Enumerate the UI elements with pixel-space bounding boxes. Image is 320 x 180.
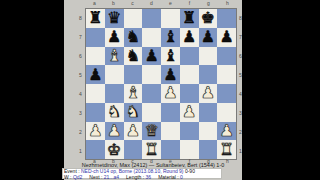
rank-label-7: 7 (77, 27, 84, 46)
board-square-f8: ♜ (180, 9, 199, 28)
rank-label-7: 7 (237, 27, 244, 46)
rank-label-4: 4 (77, 84, 84, 103)
board-square-h6 (217, 47, 236, 66)
rank-label-5: 5 (237, 65, 244, 84)
board-square-h4 (217, 84, 236, 103)
chessboard-panel: abcdefgh 87654321 87654321 ♜♛♜♚♟♞♝♟♟♟♝♞♟… (64, 0, 242, 180)
board-square-f2 (180, 122, 199, 141)
chess-piece-bB-e6: ♝ (163, 48, 177, 64)
board-square-g1 (199, 140, 218, 159)
status-item-label: Next : (89, 174, 103, 180)
board-square-e4: ♟ (161, 84, 180, 103)
board-square-g7: ♟ (199, 28, 218, 47)
file-label-h: h (218, 0, 237, 7)
board-square-e5: ♟ (161, 65, 180, 84)
board-square-b4 (105, 84, 124, 103)
rank-labels-left: 87654321 (77, 8, 84, 160)
status-item-2: Length : 36 (126, 175, 151, 180)
board-square-c4: ♝ (124, 84, 143, 103)
board-square-f1 (180, 140, 199, 159)
status-item-value: 21...a4 (104, 174, 119, 180)
video-frame: abcdefgh 87654321 87654321 ♜♛♜♚♟♞♝♟♟♟♝♞♟… (0, 0, 320, 180)
board-square-c1 (124, 140, 143, 159)
chess-piece-bR-a8: ♜ (88, 10, 102, 26)
chess-piece-bP-b7: ♟ (107, 29, 121, 45)
board-square-c5 (124, 65, 143, 84)
chess-piece-wP-g4: ♟ (201, 85, 215, 101)
rank-label-2: 2 (237, 122, 244, 141)
file-label-c: c (123, 0, 142, 7)
board-square-e7: ♝ (161, 28, 180, 47)
board-square-d4 (142, 84, 161, 103)
board-square-a7 (86, 28, 105, 47)
file-label-e: e (161, 0, 180, 7)
chess-piece-wN-b3: ♞ (107, 104, 121, 120)
board-square-g6 (199, 47, 218, 66)
board-square-a5: ♟ (86, 65, 105, 84)
board-square-g2 (199, 122, 218, 141)
board-square-g8: ♚ (199, 9, 218, 28)
event-extra: 0-90 (185, 168, 195, 174)
board-square-h1: ♜ (217, 140, 236, 159)
chess-piece-bK-g8: ♚ (201, 10, 215, 26)
board-square-a6 (86, 47, 105, 66)
board-square-e8 (161, 9, 180, 28)
game-info-strip: Event : NED-ch U14 op, Borne (2013.08.10… (62, 168, 222, 179)
status-item-label: Material : (158, 174, 180, 180)
status-item-value: Qd2 (73, 174, 82, 180)
chess-piece-wP-b2: ♟ (107, 123, 121, 139)
chess-piece-bN-c7: ♞ (126, 29, 140, 45)
chess-piece-bQ-b8: ♛ (107, 10, 121, 26)
chess-piece-wQ-d2: ♛ (144, 123, 158, 139)
board-square-b3: ♞ (105, 103, 124, 122)
chess-piece-bP-e5: ♟ (163, 67, 177, 83)
board-square-c6: ♞ (124, 47, 143, 66)
board-square-g5 (199, 65, 218, 84)
board-square-f4 (180, 84, 199, 103)
board-square-g4: ♟ (199, 84, 218, 103)
chess-piece-wP-f3: ♟ (182, 104, 196, 120)
status-item-3: Material : 0 (158, 175, 183, 180)
status-item-label: W : (64, 174, 73, 180)
file-label-a: a (85, 0, 104, 7)
board-square-f5 (180, 65, 199, 84)
chessboard: ♜♛♜♚♟♞♝♟♟♟♝♞♟♝♟♟♝♟♟♞♞♟♟♟♟♛♟♚♜♜ (85, 8, 237, 160)
rank-label-8: 8 (237, 8, 244, 27)
file-label-g: g (199, 0, 218, 7)
board-square-d6: ♟ (142, 47, 161, 66)
status-item-value: 0 (180, 174, 183, 180)
board-square-c7: ♞ (124, 28, 143, 47)
rank-label-4: 4 (237, 84, 244, 103)
rank-label-1: 1 (237, 141, 244, 160)
board-square-a8: ♜ (86, 9, 105, 28)
board-square-b5 (105, 65, 124, 84)
chess-piece-wR-h1: ♜ (219, 142, 233, 158)
board-square-d8 (142, 9, 161, 28)
board-square-d5 (142, 65, 161, 84)
board-square-d7 (142, 28, 161, 47)
chess-piece-bB-e7: ♝ (163, 29, 177, 45)
board-square-d1: ♜ (142, 140, 161, 159)
chess-piece-bP-f7: ♟ (182, 29, 196, 45)
chess-piece-bP-h7: ♟ (219, 29, 233, 45)
file-label-b: b (104, 0, 123, 7)
board-square-c8 (124, 9, 143, 28)
board-square-b2: ♟ (105, 122, 124, 141)
board-square-b1: ♚ (105, 140, 124, 159)
chess-piece-bP-a5: ♟ (88, 67, 102, 83)
chess-piece-wK-b1: ♚ (107, 142, 121, 158)
status-item-label: Length : (126, 174, 145, 180)
rank-label-1: 1 (77, 141, 84, 160)
file-label-f: f (180, 0, 199, 7)
chess-piece-bR-f8: ♜ (182, 10, 196, 26)
board-square-e2 (161, 122, 180, 141)
board-square-c2: ♟ (124, 122, 143, 141)
rank-label-6: 6 (77, 46, 84, 65)
board-square-a2: ♟ (86, 122, 105, 141)
board-square-b6: ♝ (105, 47, 124, 66)
rank-label-3: 3 (77, 103, 84, 122)
chess-piece-wR-d1: ♜ (144, 142, 158, 158)
file-labels-top: abcdefgh (85, 0, 237, 7)
board-square-f3: ♟ (180, 103, 199, 122)
board-square-f6 (180, 47, 199, 66)
board-square-h5 (217, 65, 236, 84)
board-square-b7: ♟ (105, 28, 124, 47)
board-square-h3 (217, 103, 236, 122)
board-square-g3 (199, 103, 218, 122)
board-square-d3 (142, 103, 161, 122)
board-square-f7: ♟ (180, 28, 199, 47)
chess-piece-wP-e4: ♟ (163, 85, 177, 101)
board-square-h8 (217, 9, 236, 28)
rank-label-5: 5 (77, 65, 84, 84)
board-square-a4 (86, 84, 105, 103)
board-square-h2: ♟ (217, 122, 236, 141)
board-square-h7: ♟ (217, 28, 236, 47)
board-square-d2: ♛ (142, 122, 161, 141)
rank-label-6: 6 (237, 46, 244, 65)
chess-piece-wP-a2: ♟ (88, 123, 102, 139)
chess-piece-wN-c3: ♞ (126, 104, 140, 120)
status-item-0: W : Qd2 (64, 175, 82, 180)
board-square-a1 (86, 140, 105, 159)
board-square-e1 (161, 140, 180, 159)
board-square-c3: ♞ (124, 103, 143, 122)
chess-piece-wP-c2: ♟ (126, 123, 140, 139)
chess-piece-wB-b6: ♝ (107, 48, 121, 64)
rank-label-3: 3 (237, 103, 244, 122)
board-square-b8: ♛ (105, 9, 124, 28)
board-square-a3 (86, 103, 105, 122)
chess-piece-bP-g7: ♟ (201, 29, 215, 45)
rank-label-2: 2 (77, 122, 84, 141)
chess-piece-wP-h2: ♟ (219, 123, 233, 139)
file-label-d: d (142, 0, 161, 7)
status-item-1: Next : 21...a4 (89, 175, 119, 180)
chess-piece-bN-c6: ♞ (126, 48, 140, 64)
status-line: W : Qd2Next : 21...a4Length : 36Material… (64, 175, 220, 180)
board-square-e6: ♝ (161, 47, 180, 66)
rank-label-8: 8 (77, 8, 84, 27)
chess-piece-wB-c4: ♝ (126, 85, 140, 101)
status-item-value: 36 (146, 174, 152, 180)
rank-labels-right: 87654321 (237, 8, 244, 160)
board-square-e3 (161, 103, 180, 122)
chess-piece-bP-d6: ♟ (144, 48, 158, 64)
